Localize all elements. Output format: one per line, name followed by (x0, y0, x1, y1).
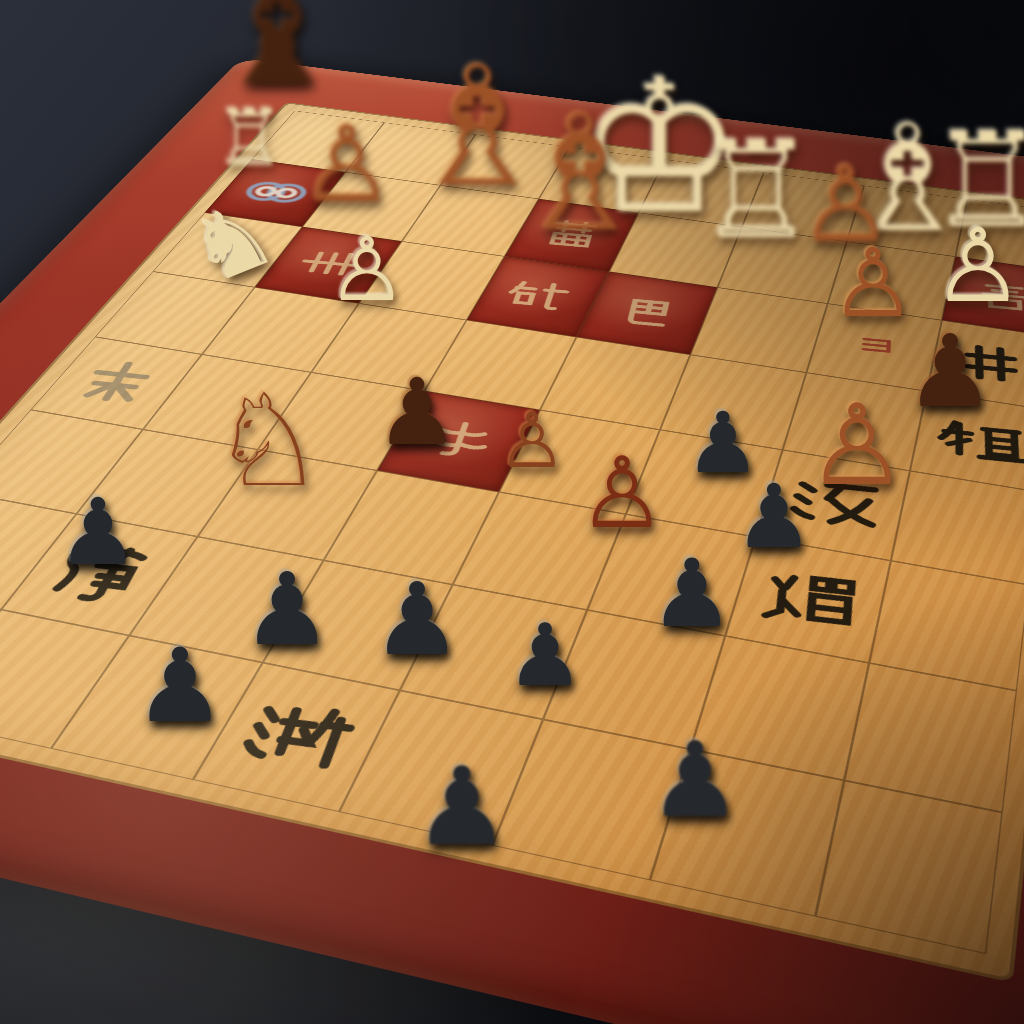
board-photo-scene: ♝♙♗♗♔♖♙♗♖♙♙♟♖♞♙♘♟♙♙♙♟♟♟♟♟♟♟♟♟♟ (0, 0, 1024, 1024)
wooden-pawn-piece: ♙ (300, 113, 394, 218)
black-pawn-piece: ♟ (648, 728, 741, 832)
pieces-layer: ♝♙♗♗♔♖♙♗♖♙♙♟♖♞♙♘♟♙♙♙♟♟♟♟♟♟♟♟♟♟ (0, 0, 1024, 1024)
wooden-knight-piece: ♞ (177, 185, 288, 301)
black-pawn-piece: ♟ (372, 570, 462, 670)
wooden-pawn-piece: ♙ (807, 389, 907, 501)
wooden-disc-stack-piece: ♖ (215, 99, 285, 177)
wooden-bishop-piece: ♝ (211, 0, 345, 106)
wooden-pawn-piece: ♙ (932, 215, 1023, 317)
black-pawn-piece: ♟ (242, 560, 332, 660)
black-pawn-piece: ♟ (57, 487, 139, 579)
black-pawn-piece: ♟ (414, 753, 511, 861)
black-pawn-piece: ♟ (650, 547, 734, 641)
wooden-pawn-piece: ♙ (498, 403, 566, 479)
wooden-pawn-piece: ♙ (578, 444, 666, 542)
black-pawn-piece: ♟ (735, 473, 814, 561)
black-pawn-piece: ♟ (134, 635, 225, 737)
black-pawn-piece: ♟ (506, 612, 583, 698)
wooden-pawn-piece: ♟ (905, 322, 995, 422)
wooden-knight-piece: ♘ (211, 377, 326, 505)
wooden-pawn-piece: ♙ (830, 236, 915, 331)
wooden-pawn-piece: ♙ (328, 226, 407, 314)
wooden-bishop-piece: ♗ (508, 94, 651, 254)
wooden-pawn-piece: ♟ (376, 367, 458, 459)
